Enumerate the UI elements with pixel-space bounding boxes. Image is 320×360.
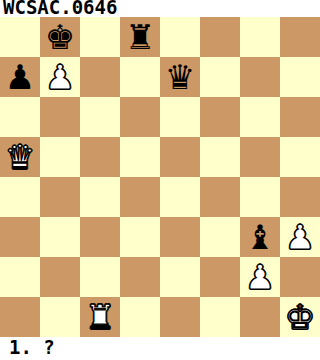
square-e4[interactable] [160,177,200,217]
white-pawn[interactable]: ♟ [245,257,275,297]
square-c4[interactable] [80,177,120,217]
square-c3[interactable] [80,217,120,257]
square-h1[interactable]: ♚ [280,297,320,337]
square-b8[interactable]: ♚ [40,17,80,57]
square-c7[interactable] [80,57,120,97]
square-a4[interactable] [0,177,40,217]
square-f2[interactable] [200,257,240,297]
black-queen[interactable]: ♛ [165,57,195,97]
chess-board: ♚♜♟♟♛♛♝♟♟♜♚ [0,17,320,337]
square-b4[interactable] [40,177,80,217]
square-g2[interactable]: ♟ [240,257,280,297]
black-rook[interactable]: ♜ [125,17,155,57]
square-d5[interactable] [120,137,160,177]
square-h6[interactable] [280,97,320,137]
square-b5[interactable] [40,137,80,177]
black-pawn[interactable]: ♟ [5,57,35,97]
square-a6[interactable] [0,97,40,137]
white-pawn[interactable]: ♟ [285,217,315,257]
square-h8[interactable] [280,17,320,57]
square-d4[interactable] [120,177,160,217]
square-e2[interactable] [160,257,200,297]
square-e1[interactable] [160,297,200,337]
square-g4[interactable] [240,177,280,217]
square-d3[interactable] [120,217,160,257]
square-h2[interactable] [280,257,320,297]
square-f8[interactable] [200,17,240,57]
square-e8[interactable] [160,17,200,57]
square-a7[interactable]: ♟ [0,57,40,97]
square-g6[interactable] [240,97,280,137]
square-f7[interactable] [200,57,240,97]
square-b3[interactable] [40,217,80,257]
square-d1[interactable] [120,297,160,337]
square-a5[interactable]: ♛ [0,137,40,177]
square-f5[interactable] [200,137,240,177]
square-a2[interactable] [0,257,40,297]
square-c1[interactable]: ♜ [80,297,120,337]
white-king[interactable]: ♚ [285,297,315,337]
square-g5[interactable] [240,137,280,177]
square-b6[interactable] [40,97,80,137]
square-h5[interactable] [280,137,320,177]
black-bishop[interactable]: ♝ [245,217,275,257]
square-e7[interactable]: ♛ [160,57,200,97]
square-f4[interactable] [200,177,240,217]
move-prompt: 1. ? [9,337,55,357]
square-c6[interactable] [80,97,120,137]
puzzle-id-label: WCSAC.0646 [3,0,117,16]
square-e3[interactable] [160,217,200,257]
white-queen[interactable]: ♛ [5,137,35,177]
square-a3[interactable] [0,217,40,257]
square-g3[interactable]: ♝ [240,217,280,257]
white-rook[interactable]: ♜ [85,297,115,337]
square-d2[interactable] [120,257,160,297]
square-a1[interactable] [0,297,40,337]
white-pawn[interactable]: ♟ [45,57,75,97]
square-f6[interactable] [200,97,240,137]
square-g8[interactable] [240,17,280,57]
square-d7[interactable] [120,57,160,97]
square-a8[interactable] [0,17,40,57]
square-c2[interactable] [80,257,120,297]
square-g7[interactable] [240,57,280,97]
square-g1[interactable] [240,297,280,337]
square-d8[interactable]: ♜ [120,17,160,57]
square-c5[interactable] [80,137,120,177]
square-h4[interactable] [280,177,320,217]
square-h3[interactable]: ♟ [280,217,320,257]
square-e5[interactable] [160,137,200,177]
square-d6[interactable] [120,97,160,137]
black-king[interactable]: ♚ [45,17,75,57]
square-h7[interactable] [280,57,320,97]
square-f3[interactable] [200,217,240,257]
square-b1[interactable] [40,297,80,337]
square-c8[interactable] [80,17,120,57]
square-b2[interactable] [40,257,80,297]
square-f1[interactable] [200,297,240,337]
square-b7[interactable]: ♟ [40,57,80,97]
square-e6[interactable] [160,97,200,137]
